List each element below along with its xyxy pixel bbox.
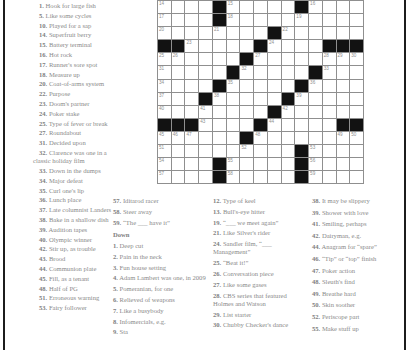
clue: 12. Type of keel [213, 197, 307, 205]
black-cell [295, 1, 309, 14]
clue-number: 13. [213, 208, 221, 215]
grid-cell[interactable] [199, 40, 213, 53]
grid-cell[interactable] [350, 158, 364, 171]
black-cell [172, 40, 186, 53]
grid-cell[interactable] [350, 93, 364, 106]
cell-number: 29 [338, 53, 343, 58]
grid-cell[interactable] [282, 14, 296, 27]
clue-number: 44. [39, 265, 47, 272]
clue-text: Decided upon [49, 139, 86, 146]
clue-text: Skin soother [322, 301, 355, 308]
grid-cell[interactable]: 26 [172, 53, 186, 66]
grid-cell[interactable] [323, 27, 337, 40]
grid-cell[interactable] [350, 1, 364, 14]
grid-cell[interactable] [323, 119, 337, 132]
grid-cell[interactable] [337, 14, 351, 27]
cell-number: 17 [159, 14, 164, 19]
grid-cell[interactable]: 31 [158, 66, 172, 79]
grid-cell[interactable]: 32 [240, 66, 254, 79]
grid-cell[interactable]: 20 [158, 27, 172, 40]
grid-cell[interactable]: 59 [309, 171, 323, 184]
clue-number: 28. [213, 292, 221, 299]
grid-cell[interactable] [172, 27, 186, 40]
grid-cell[interactable] [337, 93, 351, 106]
clue-number: 25. [213, 259, 221, 266]
grid-cell[interactable]: 16 [309, 1, 323, 14]
clue-text: Dairyman, e.g. [322, 232, 361, 239]
grid-cell[interactable] [172, 66, 186, 79]
cell-number: 35 [228, 80, 233, 85]
grid-cell[interactable] [268, 14, 282, 27]
grid-cell[interactable] [309, 53, 323, 66]
clue: 17. Runner's sore spot [33, 61, 119, 69]
clue-number: 10. [39, 22, 47, 29]
grid-cell[interactable]: 24 [268, 40, 282, 53]
grid-cell[interactable]: 37 [158, 93, 172, 106]
grid-cell[interactable] [282, 80, 296, 93]
clue-text: Coat-of-arms system [49, 80, 104, 87]
grid-cell[interactable] [199, 27, 213, 40]
grid-cell[interactable] [227, 119, 241, 132]
grid-cell[interactable] [213, 132, 227, 145]
grid-cell[interactable] [268, 93, 282, 106]
grid-cell[interactable]: 50 [350, 132, 364, 145]
grid-cell[interactable] [185, 106, 199, 119]
grid-cell[interactable] [213, 40, 227, 53]
grid-cell[interactable] [213, 106, 227, 119]
grid-cell[interactable] [350, 27, 364, 40]
grid-cell[interactable] [172, 93, 186, 106]
clue: 47. Poker action [312, 267, 402, 275]
grid-cell[interactable] [254, 93, 268, 106]
grid-cell[interactable] [172, 106, 186, 119]
black-cell [158, 40, 172, 53]
grid-cell[interactable]: 22 [282, 27, 296, 40]
grid-cell[interactable] [323, 171, 337, 184]
clue-text: Roundabout [49, 129, 81, 136]
grid-cell[interactable] [323, 80, 337, 93]
grid-cell[interactable] [254, 145, 268, 158]
grid-cell[interactable] [268, 80, 282, 93]
black-cell [172, 119, 186, 132]
black-cell [350, 119, 364, 132]
clue-number: 25. [39, 120, 47, 127]
clue: 37. Late columnist Landers [33, 206, 119, 214]
grid-cell[interactable] [282, 158, 296, 171]
clue-text: Runner's sore spot [49, 61, 97, 68]
grid-cell[interactable] [323, 106, 337, 119]
clue-number: 19. [213, 219, 221, 226]
grid-cell[interactable] [337, 66, 351, 79]
grid-cell[interactable] [350, 80, 364, 93]
grid-cell[interactable] [295, 40, 309, 53]
clue-number: 37. [39, 206, 47, 213]
clue: 6. Relieved of weapons [113, 296, 207, 304]
grid-cell[interactable] [295, 119, 309, 132]
grid-cell[interactable] [185, 158, 199, 171]
grid-cell[interactable]: 19 [295, 14, 309, 27]
clue: 53. Fairy follower [33, 304, 119, 312]
grid-cell[interactable] [199, 145, 213, 158]
grid-cell[interactable] [268, 145, 282, 158]
grid-cell[interactable] [240, 158, 254, 171]
grid-cell[interactable] [254, 14, 268, 27]
grid-cell[interactable]: 39 [295, 93, 309, 106]
grid-cell[interactable] [185, 53, 199, 66]
clue-text: Relieved of weapons [120, 296, 175, 303]
grid-cell[interactable] [227, 93, 241, 106]
grid-cell[interactable] [323, 93, 337, 106]
grid-cell[interactable] [323, 132, 337, 145]
grid-cell[interactable] [337, 171, 351, 184]
grid-cell[interactable]: 36 [309, 80, 323, 93]
cell-number: 26 [173, 53, 178, 58]
grid-cell[interactable]: 56 [309, 158, 323, 171]
black-cell [337, 119, 351, 132]
grid-cell[interactable]: 28 [323, 53, 337, 66]
grid-cell[interactable]: 58 [227, 171, 241, 184]
cell-number: 16 [310, 1, 315, 6]
grid-cell[interactable]: 30 [350, 53, 364, 66]
clue-number: 20. [39, 80, 47, 87]
grid-cell[interactable] [309, 93, 323, 106]
grid-cell[interactable] [295, 53, 309, 66]
grid-cell[interactable] [337, 1, 351, 14]
grid-cell[interactable]: 47 [185, 132, 199, 145]
grid-cell[interactable] [227, 132, 241, 145]
grid-cell[interactable]: 29 [337, 53, 351, 66]
grid-cell[interactable]: 15 [227, 1, 241, 14]
grid-cell[interactable] [185, 27, 199, 40]
grid-cell[interactable] [350, 171, 364, 184]
clue: 32. Clarence was one in a classic holida… [33, 149, 119, 165]
clue-text: Steer away [123, 208, 152, 215]
cell-number: 51 [159, 145, 164, 150]
grid-cell[interactable] [227, 145, 241, 158]
grid-cell[interactable] [240, 40, 254, 53]
grid-cell[interactable] [309, 132, 323, 145]
clue-number: 31. [39, 139, 47, 146]
clue-number: 22. [39, 90, 47, 97]
grid-cell[interactable] [199, 171, 213, 184]
grid-cell[interactable] [350, 66, 364, 79]
grid-cell[interactable] [240, 171, 254, 184]
grid-cell[interactable] [295, 66, 309, 79]
clue-number: 12. [213, 197, 221, 204]
grid-cell[interactable] [213, 53, 227, 66]
grid-cell[interactable] [240, 1, 254, 14]
grid-cell[interactable]: 57 [158, 171, 172, 184]
grid-cell[interactable] [309, 106, 323, 119]
black-cell [309, 66, 323, 79]
clue-text: Type of fever or break [49, 120, 108, 127]
black-cell [213, 80, 227, 93]
grid-cell[interactable] [268, 53, 282, 66]
clue: 24. Poker stake [33, 110, 119, 118]
grid-cell[interactable] [282, 145, 296, 158]
grid-cell[interactable]: 40 [158, 106, 172, 119]
grid-cell[interactable] [172, 14, 186, 27]
grid-cell[interactable] [199, 14, 213, 27]
cell-number: 40 [159, 106, 164, 111]
clue-number: 48. [39, 285, 47, 292]
black-cell [268, 27, 282, 40]
grid-cell[interactable]: 35 [227, 80, 241, 93]
grid-cell[interactable]: 18 [227, 14, 241, 27]
clue-text: Bake in a shallow dish [49, 216, 109, 223]
grid-cell[interactable] [323, 14, 337, 27]
clue: 5. Like some cycles [33, 12, 119, 20]
clue-number: 39. [312, 209, 320, 216]
clue: 30. Chubby Checker's dance [213, 321, 307, 329]
clue-number: 40. [39, 236, 47, 243]
clue-text: Half of PG [49, 285, 78, 292]
grid-cell[interactable] [240, 119, 254, 132]
clue: 57. Iditarod racer [113, 197, 207, 205]
grid-cell[interactable] [240, 27, 254, 40]
clue-number: 29. [213, 311, 221, 318]
grid-cell[interactable]: 21 [213, 27, 227, 40]
grid-cell[interactable] [185, 66, 199, 79]
clue: 43. Brood [33, 255, 119, 263]
grid-cell[interactable]: 41 [199, 106, 213, 119]
grid-cell[interactable] [227, 27, 241, 40]
grid-cell[interactable] [282, 66, 296, 79]
clue: 38. Bake in a shallow dish [33, 216, 119, 224]
grid-cell[interactable] [213, 119, 227, 132]
grid-cell[interactable] [268, 132, 282, 145]
grid-cell[interactable] [309, 40, 323, 53]
clue-text: Communion plate [49, 265, 96, 272]
grid-cell[interactable] [185, 93, 199, 106]
grid-cell[interactable] [254, 66, 268, 79]
grid-cell[interactable] [199, 158, 213, 171]
grid-cell[interactable]: 44 [268, 119, 282, 132]
cell-number: 30 [351, 53, 356, 58]
grid-cell[interactable] [337, 145, 351, 158]
grid-cell[interactable]: 48 [254, 132, 268, 145]
clue: 21. Like Silver's rider [213, 229, 307, 237]
grid-cell[interactable] [240, 93, 254, 106]
clue-text: Audition tapes [49, 226, 88, 233]
grid-cell[interactable]: 38 [213, 93, 227, 106]
grid-cell[interactable] [309, 14, 323, 27]
black-cell [213, 171, 227, 184]
clue: 8. Infomercials, e.g. [113, 318, 207, 326]
clue: 9. Sta [113, 328, 207, 336]
clue: 24. Sandler film, “___ Management” [213, 240, 307, 256]
black-cell [240, 132, 254, 145]
grid-cell[interactable] [199, 53, 213, 66]
grid-cell[interactable] [240, 80, 254, 93]
grid-cell[interactable] [240, 14, 254, 27]
clue-number: 38. [312, 197, 320, 204]
clue: 59. “The ___ have it” [113, 219, 207, 227]
clue-number: 36. [39, 196, 47, 203]
grid-cell[interactable] [172, 145, 186, 158]
grid-cell[interactable] [295, 106, 309, 119]
grid-cell[interactable] [254, 27, 268, 40]
crossword-grid[interactable]: 1415161718192021222324252627282930313233… [157, 0, 364, 184]
clue: 1. Hook for large fish [33, 2, 119, 10]
grid-cell[interactable] [172, 1, 186, 14]
grid-cell[interactable] [282, 119, 296, 132]
grid-cell[interactable] [282, 53, 296, 66]
grid-cell[interactable] [337, 27, 351, 40]
cell-number: 49 [338, 132, 343, 137]
grid-cell[interactable] [282, 1, 296, 14]
grid-cell[interactable]: 53 [309, 145, 323, 158]
clue: 52. Periscope part [312, 313, 402, 321]
clue-number: 24. [213, 240, 221, 247]
grid-cell[interactable]: 43 [199, 119, 213, 132]
grid-cell[interactable] [199, 66, 213, 79]
clue: 46. “Tip” or “top” finish [312, 255, 402, 263]
grid-cell[interactable] [309, 119, 323, 132]
grid-cell[interactable] [185, 145, 199, 158]
grid-cell[interactable] [254, 158, 268, 171]
grid-cell[interactable]: 23 [185, 40, 199, 53]
clue-number: 53. [39, 304, 47, 311]
clue: 15. Battery terminal [33, 41, 119, 49]
grid-cell[interactable] [268, 158, 282, 171]
black-cell [268, 106, 282, 119]
grid-cell[interactable] [268, 66, 282, 79]
grid-cell[interactable] [172, 80, 186, 93]
clue: 4. Adam Lambert was one, in 2009 [113, 274, 207, 282]
grid-cell[interactable] [199, 80, 213, 93]
grid-cell[interactable] [282, 40, 296, 53]
clue-number: 45. [39, 275, 47, 282]
cell-number: 55 [228, 158, 233, 163]
grid-cell[interactable]: 52 [240, 145, 254, 158]
clue: 42. Dairyman, e.g. [312, 232, 402, 240]
grid-cell[interactable] [185, 1, 199, 14]
grid-cell[interactable] [268, 1, 282, 14]
clue-number: 16. [39, 51, 47, 58]
grid-cell[interactable] [337, 80, 351, 93]
grid-cell[interactable] [185, 171, 199, 184]
grid-cell[interactable] [172, 158, 186, 171]
cell-number: 53 [310, 145, 315, 150]
clue-number: 59. [113, 219, 121, 226]
clue-text: Hot rock [49, 51, 72, 58]
grid-cell[interactable] [323, 145, 337, 158]
clue: 10. Played for a sap [33, 22, 119, 30]
grid-cell[interactable]: 33 [323, 66, 337, 79]
grid-cell[interactable] [254, 106, 268, 119]
grid-cell[interactable]: 54 [158, 158, 172, 171]
clue-text: Late columnist Landers [49, 206, 111, 213]
clue: 18. Measure up [33, 71, 119, 79]
clue-text: Played for a sap [49, 22, 91, 29]
clue-text: Down in the dumps [49, 167, 101, 174]
clue-text: “Beat it!” [223, 259, 248, 266]
cell-number: 25 [159, 53, 164, 58]
clue-number: 48. [312, 278, 320, 285]
grid-cell[interactable]: 42 [282, 106, 296, 119]
clue: 35. Curl one's lip [33, 187, 119, 195]
cell-number: 24 [269, 40, 274, 45]
grid-cell[interactable] [185, 14, 199, 27]
clue-number: 18. [39, 71, 47, 78]
grid-cell[interactable]: 46 [172, 132, 186, 145]
grid-cell[interactable] [282, 132, 296, 145]
grid-cell[interactable] [295, 27, 309, 40]
grid-cell[interactable] [337, 158, 351, 171]
grid-cell[interactable] [323, 158, 337, 171]
grid-cell[interactable] [254, 80, 268, 93]
clue-number: 21. [213, 229, 221, 236]
grid-cell[interactable]: 17 [158, 14, 172, 27]
grid-cell[interactable]: 14 [158, 1, 172, 14]
grid-cell[interactable] [185, 80, 199, 93]
clue-text: Like some cycles [46, 12, 92, 19]
grid-cell[interactable]: 45 [158, 132, 172, 145]
grid-cell[interactable] [213, 145, 227, 158]
grid-cell[interactable] [199, 132, 213, 145]
clue-text: Conversation piece [223, 270, 274, 277]
clue-number: 4. [113, 274, 118, 281]
clue-text: Poker action [322, 267, 355, 274]
grid-cell[interactable] [254, 171, 268, 184]
clue: 26. Conversation piece [213, 270, 307, 278]
clue-number: 23. [39, 100, 47, 107]
grid-cell[interactable]: 34 [158, 80, 172, 93]
clue: 27. Roundabout [33, 129, 119, 137]
grid-cell[interactable] [282, 171, 296, 184]
grid-cell[interactable] [295, 132, 309, 145]
clue-text: It may be slippery [322, 197, 370, 204]
clue-column-bottom-1: 57. Iditarod racer58. Steer away59. “The… [113, 197, 207, 339]
grid-cell[interactable] [227, 53, 241, 66]
cell-number: 58 [228, 171, 233, 176]
grid-cell[interactable] [350, 14, 364, 27]
grid-cell[interactable]: 51 [158, 145, 172, 158]
grid-cell[interactable] [268, 171, 282, 184]
cell-number: 46 [173, 132, 178, 137]
clue-text: Adam Lambert was one, in 2009 [119, 274, 205, 281]
grid-cell[interactable]: 25 [158, 53, 172, 66]
clue-text: Make stuff up [322, 325, 359, 332]
grid-cell[interactable] [254, 1, 268, 14]
grid-cell[interactable] [172, 171, 186, 184]
grid-cell[interactable] [240, 106, 254, 119]
grid-cell[interactable] [213, 66, 227, 79]
grid-cell[interactable] [309, 27, 323, 40]
grid-cell[interactable] [337, 106, 351, 119]
clue: 38. It may be slippery [312, 197, 402, 205]
black-cell [295, 80, 309, 93]
clue-text: Fill, as a tenant [49, 275, 89, 282]
clue: 16. Hot rock [33, 51, 119, 59]
grid-cell[interactable] [350, 106, 364, 119]
clue-text: Poker stake [49, 110, 80, 117]
clue: 14. Superfruit berry [33, 31, 119, 39]
clue-text: Doom's partner [49, 100, 90, 107]
clue-number: 2. [113, 253, 118, 260]
clue-number: 52. [312, 313, 320, 320]
grid-cell[interactable] [199, 1, 213, 14]
grid-cell[interactable]: 27 [254, 53, 268, 66]
grid-cell[interactable] [350, 145, 364, 158]
grid-cell[interactable]: 49 [337, 132, 351, 145]
grid-cell[interactable] [227, 106, 241, 119]
grid-cell[interactable] [323, 1, 337, 14]
clue: 33. Down in the dumps [33, 167, 119, 175]
grid-cell[interactable] [227, 40, 241, 53]
grid-cell[interactable]: 55 [227, 158, 241, 171]
